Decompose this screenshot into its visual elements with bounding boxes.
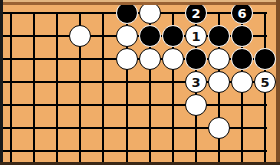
go-board-diagram: 26135	[0, 0, 280, 165]
stone-black-c8r2[interactable]	[162, 25, 184, 47]
stone-black-c11r3[interactable]	[231, 48, 253, 70]
stone-white-c6r2[interactable]	[116, 25, 138, 47]
stone-white-c8r3[interactable]	[162, 48, 184, 70]
frame-left-edge	[0, 0, 3, 165]
stone-black-c11r1-move-6[interactable]: 6	[231, 2, 253, 24]
stone-white-c10r6[interactable]	[208, 117, 230, 139]
grid-line-v-5	[102, 12, 104, 165]
stone-white-c9r5[interactable]	[185, 94, 207, 116]
stone-white-c10r3[interactable]	[208, 48, 230, 70]
stone-black-c12r3[interactable]	[254, 48, 276, 70]
grid-line-v-1	[10, 12, 12, 165]
stone-white-c7r3[interactable]	[139, 48, 161, 70]
frame-bottom-edge	[0, 162, 280, 165]
frame-top-edge	[0, 2, 280, 5]
grid-line-h-5	[0, 104, 267, 106]
grid-line-v-2	[33, 12, 35, 165]
move-number-label: 3	[191, 76, 200, 89]
stone-black-c11r2[interactable]	[231, 25, 253, 47]
stone-white-c7r1[interactable]	[139, 2, 161, 24]
stone-black-c10r2[interactable]	[208, 25, 230, 47]
stone-black-c6r1[interactable]	[116, 2, 138, 24]
stone-white-c9r4-move-3[interactable]: 3	[185, 71, 207, 93]
stone-white-c4r2[interactable]	[69, 25, 91, 47]
stone-white-c10r4[interactable]	[208, 71, 230, 93]
stone-black-c7r2[interactable]	[139, 25, 161, 47]
grid-line-v-3	[56, 12, 58, 165]
stone-white-c6r3[interactable]	[116, 48, 138, 70]
move-number-label: 6	[237, 7, 246, 20]
stone-white-c9r2-move-1[interactable]: 1	[185, 25, 207, 47]
stone-black-c9r3[interactable]	[185, 48, 207, 70]
grid-line-h-7	[0, 150, 267, 152]
stone-white-c11r4[interactable]	[231, 71, 253, 93]
move-number-label: 2	[191, 7, 200, 20]
stone-white-c12r4-move-5[interactable]: 5	[254, 71, 276, 93]
stone-black-c9r1-move-2[interactable]: 2	[185, 2, 207, 24]
move-number-label: 5	[260, 76, 269, 89]
frame-right-edge	[276, 0, 280, 165]
move-number-label: 1	[191, 30, 200, 43]
